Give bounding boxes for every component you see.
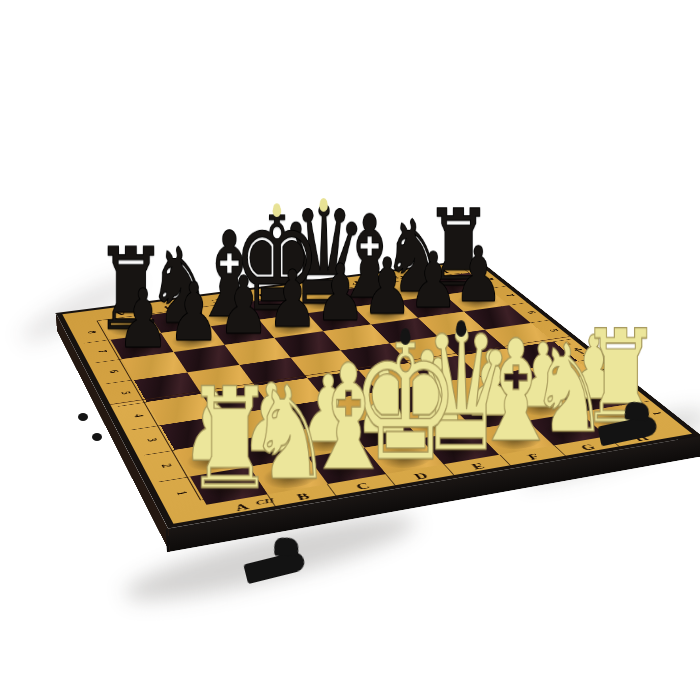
board-frame: ABCDEFGH СП ABCDEFGH 87654321 СП 8765432… xyxy=(56,259,700,529)
hinge-knob xyxy=(78,413,88,421)
piece-white-rook-a1[interactable]: ♜ xyxy=(185,373,275,506)
chess-set-photo: ABCDEFGH СП ABCDEFGH 87654321 СП 8765432… xyxy=(0,0,700,700)
clasp-hook xyxy=(624,401,649,421)
piece-black-pawn-d7[interactable]: ♟ xyxy=(267,262,318,337)
piece-black-pawn-b7[interactable]: ♟ xyxy=(168,275,220,352)
square-c7[interactable]: ♟ xyxy=(211,320,275,345)
piece-black-pawn-a7[interactable]: ♟ xyxy=(117,281,170,358)
contrasting-finial xyxy=(400,330,411,345)
board-scene: ABCDEFGH СП ABCDEFGH 87654321 СП 8765432… xyxy=(56,259,700,529)
hinge-knob xyxy=(92,433,102,441)
board-surface: ABCDEFGH СП ABCDEFGH 87654321 СП 8765432… xyxy=(62,261,692,524)
clasp-hook xyxy=(274,538,298,556)
contrasting-finial xyxy=(273,205,282,217)
square-b7[interactable]: ♟ xyxy=(161,326,225,352)
piece-black-pawn-c7[interactable]: ♟ xyxy=(218,268,270,344)
